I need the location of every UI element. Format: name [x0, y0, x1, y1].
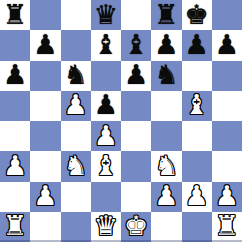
square-f7[interactable]: ♟: [151, 30, 181, 60]
square-h1[interactable]: ♜: [212, 212, 242, 242]
white-pawn[interactable]: ♟: [185, 182, 209, 209]
square-b2[interactable]: ♟: [30, 182, 60, 212]
square-b5[interactable]: [30, 91, 60, 121]
square-a2[interactable]: [0, 182, 30, 212]
square-f5[interactable]: [151, 91, 181, 121]
square-f3[interactable]: ♞: [151, 151, 181, 181]
square-e8[interactable]: [121, 0, 151, 30]
square-e1[interactable]: ♚: [121, 212, 151, 242]
square-h5[interactable]: [212, 91, 242, 121]
black-rook[interactable]: ♜: [3, 1, 27, 28]
square-d5[interactable]: ♟: [91, 91, 121, 121]
square-b3[interactable]: [30, 151, 60, 181]
black-pawn[interactable]: ♟: [185, 31, 209, 58]
square-a4[interactable]: [0, 121, 30, 151]
square-g4[interactable]: [182, 121, 212, 151]
white-pawn[interactable]: ♟: [215, 182, 239, 209]
white-rook[interactable]: ♜: [3, 212, 27, 239]
square-a6[interactable]: ♟: [0, 61, 30, 91]
black-rook[interactable]: ♜: [154, 1, 178, 28]
square-g1[interactable]: [182, 212, 212, 242]
square-f1[interactable]: [151, 212, 181, 242]
square-a1[interactable]: ♜: [0, 212, 30, 242]
black-pawn[interactable]: ♟: [124, 61, 148, 88]
square-a8[interactable]: ♜: [0, 0, 30, 30]
square-a3[interactable]: ♟: [0, 151, 30, 181]
black-bishop[interactable]: ♝: [94, 31, 118, 58]
square-c1[interactable]: [61, 212, 91, 242]
square-c8[interactable]: [61, 0, 91, 30]
square-f4[interactable]: [151, 121, 181, 151]
square-g6[interactable]: [182, 61, 212, 91]
white-bishop[interactable]: ♝: [185, 91, 209, 118]
black-pawn[interactable]: ♟: [154, 31, 178, 58]
black-bishop[interactable]: ♝: [124, 31, 148, 58]
square-e7[interactable]: ♝: [121, 30, 151, 60]
square-e3[interactable]: [121, 151, 151, 181]
square-g8[interactable]: ♚: [182, 0, 212, 30]
square-b1[interactable]: [30, 212, 60, 242]
square-e4[interactable]: [121, 121, 151, 151]
square-g3[interactable]: [182, 151, 212, 181]
square-f6[interactable]: ♞: [151, 61, 181, 91]
square-e2[interactable]: [121, 182, 151, 212]
square-b4[interactable]: [30, 121, 60, 151]
square-c5[interactable]: ♟: [61, 91, 91, 121]
white-pawn[interactable]: ♟: [64, 91, 88, 118]
square-d8[interactable]: ♛: [91, 0, 121, 30]
square-c7[interactable]: [61, 30, 91, 60]
square-c2[interactable]: [61, 182, 91, 212]
black-king[interactable]: ♚: [185, 1, 209, 28]
black-pawn[interactable]: ♟: [3, 61, 27, 88]
square-g7[interactable]: ♟: [182, 30, 212, 60]
square-g5[interactable]: ♝: [182, 91, 212, 121]
white-queen[interactable]: ♛: [94, 212, 118, 239]
square-c3[interactable]: ♞: [61, 151, 91, 181]
square-f2[interactable]: ♟: [151, 182, 181, 212]
white-rook[interactable]: ♜: [215, 212, 239, 239]
white-knight[interactable]: ♞: [154, 152, 178, 179]
square-h4[interactable]: [212, 121, 242, 151]
square-b6[interactable]: [30, 61, 60, 91]
white-knight[interactable]: ♞: [64, 152, 88, 179]
square-h6[interactable]: [212, 61, 242, 91]
square-d7[interactable]: ♝: [91, 30, 121, 60]
white-pawn[interactable]: ♟: [3, 152, 27, 179]
square-d3[interactable]: ♝: [91, 151, 121, 181]
white-pawn[interactable]: ♟: [154, 182, 178, 209]
black-pawn[interactable]: ♟: [94, 91, 118, 118]
black-queen[interactable]: ♛: [94, 1, 118, 28]
square-c4[interactable]: [61, 121, 91, 151]
square-d2[interactable]: [91, 182, 121, 212]
square-e6[interactable]: ♟: [121, 61, 151, 91]
square-f8[interactable]: ♜: [151, 0, 181, 30]
white-pawn[interactable]: ♟: [33, 182, 57, 209]
square-b8[interactable]: [30, 0, 60, 30]
square-g2[interactable]: ♟: [182, 182, 212, 212]
square-c6[interactable]: ♞: [61, 61, 91, 91]
square-b7[interactable]: ♟: [30, 30, 60, 60]
square-e5[interactable]: [121, 91, 151, 121]
white-pawn[interactable]: ♟: [94, 122, 118, 149]
white-king[interactable]: ♚: [124, 212, 148, 239]
square-d4[interactable]: ♟: [91, 121, 121, 151]
black-knight[interactable]: ♞: [154, 61, 178, 88]
square-a5[interactable]: [0, 91, 30, 121]
white-bishop[interactable]: ♝: [94, 152, 118, 179]
square-h7[interactable]: ♟: [212, 30, 242, 60]
square-h2[interactable]: ♟: [212, 182, 242, 212]
black-knight[interactable]: ♞: [64, 61, 88, 88]
square-h3[interactable]: [212, 151, 242, 181]
black-pawn[interactable]: ♟: [33, 31, 57, 58]
square-d1[interactable]: ♛: [91, 212, 121, 242]
black-pawn[interactable]: ♟: [215, 31, 239, 58]
square-a7[interactable]: [0, 30, 30, 60]
square-h8[interactable]: [212, 0, 242, 30]
square-d6[interactable]: [91, 61, 121, 91]
chess-board: ♜♛♜♚♟♝♝♟♟♟♟♞♟♞♟♟♝♟♟♞♝♞♟♟♟♟♜♛♚♜: [0, 0, 242, 242]
